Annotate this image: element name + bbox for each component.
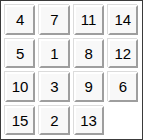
empty-cell bbox=[108, 106, 138, 136]
tile-8[interactable]: 8 bbox=[74, 39, 104, 69]
tile-14[interactable]: 14 bbox=[108, 5, 138, 35]
tile-12[interactable]: 12 bbox=[108, 39, 138, 69]
tile-5[interactable]: 5 bbox=[5, 39, 35, 69]
tile-11[interactable]: 11 bbox=[74, 5, 104, 35]
puzzle-board: 4 7 11 14 5 1 8 12 10 3 9 6 15 2 13 bbox=[0, 0, 143, 140]
tile-9[interactable]: 9 bbox=[74, 72, 104, 102]
tile-1[interactable]: 1 bbox=[39, 39, 69, 69]
tile-2[interactable]: 2 bbox=[39, 106, 69, 136]
tile-10[interactable]: 10 bbox=[5, 72, 35, 102]
tile-7[interactable]: 7 bbox=[39, 5, 69, 35]
tile-3[interactable]: 3 bbox=[39, 72, 69, 102]
tile-13[interactable]: 13 bbox=[74, 106, 104, 136]
tile-4[interactable]: 4 bbox=[5, 5, 35, 35]
tile-6[interactable]: 6 bbox=[108, 72, 138, 102]
tile-15[interactable]: 15 bbox=[5, 106, 35, 136]
